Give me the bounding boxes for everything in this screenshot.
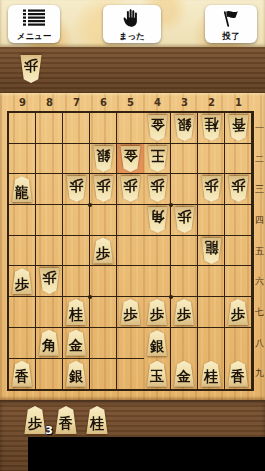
board-cell[interactable] [225,144,252,175]
shogi-piece-gote[interactable]: 歩 [174,207,195,233]
piece-face: 歩 [120,299,141,325]
piece-face: 王 [147,146,168,172]
board-cell[interactable] [9,297,36,328]
board-cell[interactable] [171,266,198,297]
board-cell[interactable] [63,144,90,175]
board-cell[interactable]: 龍 [9,174,36,205]
board-cell[interactable]: 歩 [225,174,252,205]
piece-face: 桂 [86,406,108,434]
board-cell[interactable]: 歩 [63,174,90,205]
shogi-piece-sente[interactable]: 金 [174,361,195,387]
shogi-piece-sente[interactable]: 金 [66,330,87,356]
board-cell[interactable] [90,297,117,328]
board-cell[interactable] [9,144,36,175]
board-cell[interactable] [36,205,63,236]
shogi-piece-gote[interactable]: 歩 [228,176,249,202]
piece-kanji: 角 [150,210,164,229]
board-cell[interactable]: 歩 [144,174,171,205]
board-cell[interactable] [90,266,117,297]
shogi-piece-sente[interactable]: 桂 [66,299,87,325]
board-cell[interactable]: 歩 [90,174,117,205]
piece-kanji: 銀 [69,364,83,383]
board-cell[interactable]: 金 [144,113,171,144]
file-label: 7 [63,95,90,111]
shogi-piece-sente[interactable]: 歩 [120,299,141,325]
board-cell[interactable]: 歩 [117,174,144,205]
board-cell[interactable] [144,236,171,267]
piece-kanji: 歩 [177,210,191,229]
hand-piece-sente[interactable]: 香 [55,406,77,434]
board-cell[interactable]: 龍 [198,236,225,267]
board-cell[interactable]: 銀 [144,328,171,359]
rank-label: 七 [254,297,265,328]
board-cell[interactable]: 王 [144,144,171,175]
board-cell[interactable]: 歩 [225,297,252,328]
piece-face: 歩 [147,299,168,325]
undo-matta-button[interactable]: まった [103,5,161,43]
piece-kanji: 歩 [42,272,56,291]
piece-face: 歩 [228,299,249,325]
board-cell[interactable] [90,359,117,390]
rank-label: 八 [254,328,265,359]
board-cell[interactable] [171,236,198,267]
shogi-piece-gote[interactable]: 歩 [39,268,60,294]
resign-button-label: 投了 [223,32,240,41]
shogi-piece-gote[interactable]: 王 [147,146,168,172]
piece-kanji: 歩 [124,180,138,199]
board-cell[interactable]: 銀 [63,359,90,390]
board-cell[interactable] [198,297,225,328]
piece-kanji: 歩 [96,180,110,199]
piece-kanji: 金 [150,118,164,137]
shogi-piece-sente[interactable]: 歩 [174,299,195,325]
board-cell[interactable]: 香 [225,359,252,390]
board-cell[interactable]: 金 [171,359,198,390]
board-cell[interactable]: 金 [63,328,90,359]
piece-face: 歩 [201,176,222,202]
board-cell[interactable] [171,174,198,205]
hand-piece-sente[interactable]: 歩 [24,406,46,434]
shogi-piece-gote[interactable]: 歩 [147,176,168,202]
banner-area [28,437,265,471]
shogi-piece-sente[interactable]: 玉 [147,361,168,387]
shogi-piece-gote[interactable]: 角 [147,207,168,233]
shogi-piece-sente[interactable]: 桂 [201,361,222,387]
board-cell[interactable] [198,266,225,297]
shogi-board: 987654321 金銀桂香銀金王龍歩歩歩歩歩歩角歩歩龍歩歩桂歩歩歩歩角金銀香銀… [0,93,265,400]
board-cell[interactable]: 角 [36,328,63,359]
piece-face: 歩 [66,176,87,202]
board-cell[interactable]: 歩 [171,297,198,328]
piece-kanji: 銀 [177,118,191,137]
piece-kanji: 歩 [69,180,83,199]
piece-face: 香 [228,361,249,387]
piece-kanji: 香 [231,118,245,137]
board-cell[interactable] [198,328,225,359]
file-label: 8 [36,95,63,111]
board-cell[interactable]: 玉 [144,359,171,390]
board-cell[interactable]: 香 [225,113,252,144]
board-cell[interactable]: 桂 [198,359,225,390]
piece-face: 角 [39,330,60,356]
shogi-piece-sente[interactable]: 香 [12,361,33,387]
piece-face: 龍 [201,238,222,264]
piece-face: 銀 [147,330,168,356]
board-cell[interactable]: 桂 [198,113,225,144]
rank-label: 六 [254,266,265,297]
board-cell[interactable]: 銀 [90,144,117,175]
rank-label: 五 [254,236,265,267]
piece-face: 歩 [120,176,141,202]
board-cell[interactable] [36,236,63,267]
shogi-piece-sente[interactable]: 歩 [147,299,168,325]
board-cell[interactable] [117,205,144,236]
shogi-piece-sente[interactable]: 角 [39,330,60,356]
piece-kanji: 龍 [204,241,218,260]
board-cell[interactable]: 角 [144,205,171,236]
piece-face: 桂 [66,299,87,325]
board-cell[interactable]: 歩 [144,297,171,328]
board-cell[interactable] [117,328,144,359]
file-label: 3 [171,95,198,111]
piece-face: 歩 [39,268,60,294]
file-labels: 987654321 [9,95,252,111]
board-cell[interactable] [63,266,90,297]
rank-labels: 一二三四五六七八九 [254,113,265,389]
piece-kanji: 香 [15,364,29,383]
piece-kanji: 歩 [231,180,245,199]
hand-piece-sente[interactable]: 桂 [86,406,108,434]
piece-kanji: 桂 [204,118,218,137]
shogi-piece-gote[interactable]: 金 [147,115,168,141]
board-cell[interactable]: 銀 [171,113,198,144]
piece-face: 歩 [228,176,249,202]
piece-kanji: 桂 [204,364,218,383]
piece-kanji: 玉 [150,364,164,383]
board-cell[interactable] [225,328,252,359]
board-cell[interactable] [171,144,198,175]
piece-kanji: 歩 [231,302,245,321]
piece-face: 銀 [66,361,87,387]
piece-face: 香 [228,115,249,141]
board-cell[interactable] [9,205,36,236]
piece-face: 銀 [93,146,114,172]
piece-kanji: 銀 [150,334,164,353]
file-label: 1 [225,95,252,111]
board-cell[interactable] [117,359,144,390]
rank-label: 九 [254,359,265,390]
board-cell[interactable] [90,205,117,236]
shogi-piece-sente[interactable]: 銀 [147,330,168,356]
board-cell[interactable] [117,113,144,144]
rank-label: 四 [254,205,265,236]
piece-face: 金 [66,330,87,356]
board-cell[interactable] [36,144,63,175]
shogi-piece-gote[interactable]: 歩 [66,176,87,202]
hand-icon [122,9,142,27]
piece-face: 歩 [147,176,168,202]
piece-kanji: 歩 [24,60,38,79]
piece-kanji: 歩 [96,241,110,260]
menu-button-label: メニュー [17,32,52,41]
gote-hand-tray: 歩 [0,47,265,93]
board-cell[interactable] [90,328,117,359]
board-cell[interactable] [225,266,252,297]
shogi-piece-gote[interactable]: 歩 [201,176,222,202]
toolbar: メニュー まった 投了 [0,0,265,47]
hand-slot: 香 [55,406,77,434]
menu-list-icon [23,9,45,26]
board-cell[interactable] [171,328,198,359]
flag-icon [221,9,241,27]
piece-kanji: 金 [69,333,83,352]
piece-kanji: 歩 [150,302,164,321]
board-cell[interactable] [63,113,90,144]
menu-button[interactable]: メニュー [8,5,60,43]
piece-face: 桂 [201,361,222,387]
board-cell[interactable] [36,297,63,328]
file-label: 6 [90,95,117,111]
piece-kanji: 歩 [204,180,218,199]
sente-hand-pieces: 歩3香桂 [24,406,117,434]
board-cell[interactable] [63,205,90,236]
piece-face: 歩 [20,55,42,83]
piece-kanji: 桂 [69,302,83,321]
board-cell[interactable]: 金 [117,144,144,175]
shogi-piece-sente[interactable]: 銀 [66,361,87,387]
shogi-piece-gote[interactable]: 金 [120,146,141,172]
piece-face: 歩 [174,299,195,325]
piece-kanji: 龍 [15,180,29,199]
board-cell[interactable] [225,205,252,236]
board-cell[interactable]: 歩 [9,266,36,297]
board-cell[interactable] [9,113,36,144]
shogi-piece-gote[interactable]: 龍 [201,238,222,264]
board-cell[interactable] [63,236,90,267]
board-cell[interactable]: 歩 [117,297,144,328]
board-cell[interactable] [36,174,63,205]
board-cell[interactable]: 桂 [63,297,90,328]
board-cell[interactable]: 歩 [90,236,117,267]
board-cell[interactable] [198,144,225,175]
piece-face: 金 [120,146,141,172]
shogi-piece-gote[interactable]: 歩 [93,176,114,202]
shogi-piece-sente[interactable]: 歩 [93,238,114,264]
rank-label: 一 [254,113,265,144]
piece-face: 金 [147,115,168,141]
hand-slot: 歩 [20,55,42,83]
undo-matta-button-label: まった [119,32,145,41]
hand-piece-gote[interactable]: 歩 [20,55,42,83]
shogi-piece-gote[interactable]: 香 [228,115,249,141]
piece-kanji: 歩 [150,180,164,199]
hand-piece-count: 3 [45,424,53,437]
shogi-app: メニュー まった 投了 歩 987654321 金銀桂香銀金王龍歩歩歩歩歩歩角歩… [0,0,265,471]
shogi-piece-sente[interactable]: 香 [228,361,249,387]
board-cell[interactable]: 歩 [198,174,225,205]
file-label: 5 [117,95,144,111]
piece-kanji: 銀 [96,149,110,168]
piece-face: 龍 [12,176,33,202]
board-cell[interactable] [90,113,117,144]
board-cell[interactable] [9,328,36,359]
shogi-piece-sente[interactable]: 歩 [12,268,33,294]
piece-kanji: 歩 [15,272,29,291]
piece-kanji: 金 [124,149,138,168]
piece-face: 歩 [12,268,33,294]
piece-kanji: 歩 [177,302,191,321]
piece-face: 銀 [174,115,195,141]
piece-kanji: 王 [150,149,164,168]
shogi-piece-gote[interactable]: 銀 [93,146,114,172]
piece-face: 歩 [93,176,114,202]
piece-face: 角 [147,207,168,233]
board-cell[interactable] [117,266,144,297]
resign-button[interactable]: 投了 [205,5,257,43]
board-cell[interactable] [198,205,225,236]
rank-label: 二 [254,144,265,175]
piece-face: 歩 [24,406,46,434]
piece-kanji: 金 [177,364,191,383]
board-cell[interactable] [9,236,36,267]
board-cell[interactable]: 香 [9,359,36,390]
file-label: 9 [9,95,36,111]
board-grid: 金銀桂香銀金王龍歩歩歩歩歩歩角歩歩龍歩歩桂歩歩歩歩角金銀香銀玉金桂香 [7,111,254,391]
piece-face: 桂 [201,115,222,141]
board-cell[interactable] [36,113,63,144]
board-cell[interactable] [117,236,144,267]
piece-kanji: 桂 [90,411,104,430]
board-cell[interactable] [225,236,252,267]
file-label: 2 [198,95,225,111]
piece-face: 歩 [174,207,195,233]
hand-slot: 桂 [86,406,108,434]
shogi-piece-gote[interactable]: 歩 [120,176,141,202]
board-cell[interactable]: 歩 [36,266,63,297]
piece-face: 香 [12,361,33,387]
piece-face: 金 [174,361,195,387]
rank-label: 三 [254,174,265,205]
shogi-piece-gote[interactable]: 桂 [201,115,222,141]
shogi-piece-sente[interactable]: 歩 [228,299,249,325]
piece-kanji: 歩 [124,302,138,321]
piece-kanji: 香 [59,411,73,430]
piece-face: 歩 [93,238,114,264]
board-cell[interactable] [144,266,171,297]
file-label: 4 [144,95,171,111]
hand-slot: 歩3 [24,406,46,434]
board-cell[interactable]: 歩 [171,205,198,236]
piece-kanji: 香 [231,364,245,383]
shogi-piece-gote[interactable]: 銀 [174,115,195,141]
shogi-piece-sente[interactable]: 龍 [12,176,33,202]
board-cell[interactable] [36,359,63,390]
piece-kanji: 歩 [28,411,42,430]
gote-hand-pieces: 歩 [20,55,51,83]
piece-face: 玉 [147,361,168,387]
piece-kanji: 角 [42,333,56,352]
piece-face: 香 [55,406,77,434]
